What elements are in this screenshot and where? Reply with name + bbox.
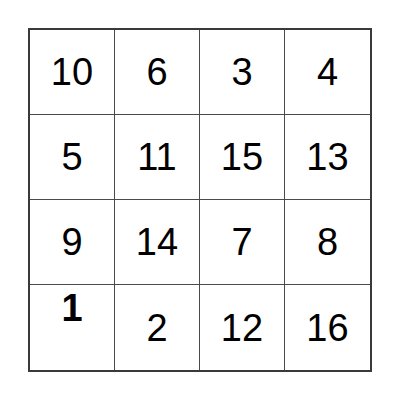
cell-number: 8 — [317, 223, 338, 261]
number-grid-board: 10634511151391478121216 — [28, 28, 372, 372]
cell-number: 7 — [231, 223, 252, 261]
grid-cell-r2c1[interactable]: 5 — [30, 115, 115, 200]
cell-number: 15 — [221, 138, 263, 176]
cell-number: 16 — [306, 309, 348, 347]
cell-number: 4 — [317, 53, 338, 91]
grid-cell-r2c2[interactable]: 11 — [115, 115, 200, 200]
grid-cell-r4c2[interactable]: 2 — [115, 285, 200, 370]
cell-number: 5 — [61, 138, 82, 176]
cell-number: 1 — [61, 289, 82, 327]
cell-number: 12 — [221, 309, 263, 347]
grid-cell-r4c3[interactable]: 12 — [200, 285, 285, 370]
grid-cell-r3c2[interactable]: 14 — [115, 200, 200, 285]
cell-number: 14 — [136, 223, 178, 261]
grid-cell-r2c3[interactable]: 15 — [200, 115, 285, 200]
cell-number: 11 — [137, 138, 176, 176]
grid-cell-r1c2[interactable]: 6 — [115, 30, 200, 115]
grid-cell-r3c4[interactable]: 8 — [285, 200, 370, 285]
grid-cell-r1c4[interactable]: 4 — [285, 30, 370, 115]
grid-cell-r3c3[interactable]: 7 — [200, 200, 285, 285]
cell-number: 6 — [146, 53, 167, 91]
cell-number: 2 — [146, 309, 167, 347]
grid-cell-r4c4[interactable]: 16 — [285, 285, 370, 370]
grid-cell-r4c1[interactable]: 1 — [30, 285, 115, 370]
grid-cell-r1c3[interactable]: 3 — [200, 30, 285, 115]
cell-number: 10 — [51, 53, 93, 91]
cell-number: 13 — [306, 138, 348, 176]
grid-cell-r2c4[interactable]: 13 — [285, 115, 370, 200]
grid-cell-r3c1[interactable]: 9 — [30, 200, 115, 285]
grid-cell-r1c1[interactable]: 10 — [30, 30, 115, 115]
puzzle-stage: 10634511151391478121216 — [0, 0, 400, 400]
cell-number: 9 — [61, 223, 82, 261]
cell-number: 3 — [231, 53, 252, 91]
